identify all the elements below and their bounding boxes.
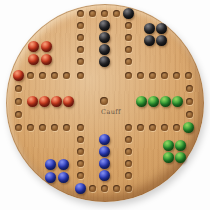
hole[interactable] — [125, 185, 132, 192]
marble-blue-home[interactable] — [99, 158, 110, 169]
hole[interactable] — [77, 46, 84, 53]
marble-blue-start[interactable] — [58, 159, 69, 170]
marble-blue-home[interactable] — [99, 134, 110, 145]
marble-black-home[interactable] — [99, 44, 110, 55]
marble-green-track[interactable] — [183, 122, 194, 133]
marble-blue-start[interactable] — [45, 172, 56, 183]
hole[interactable] — [137, 124, 144, 131]
marble-red-start[interactable] — [28, 41, 39, 52]
hole[interactable] — [39, 72, 46, 79]
marble-black-home[interactable] — [99, 20, 110, 31]
hole[interactable] — [39, 124, 46, 131]
hole[interactable] — [77, 160, 84, 167]
marble-black-start[interactable] — [156, 35, 167, 46]
marble-green-home[interactable] — [148, 96, 159, 107]
hole[interactable] — [89, 185, 96, 192]
marble-green-start[interactable] — [175, 140, 186, 151]
center-hole[interactable] — [100, 97, 108, 105]
hole[interactable] — [77, 124, 84, 131]
marble-black-track[interactable] — [123, 8, 134, 19]
marble-red-start[interactable] — [28, 54, 39, 65]
hole[interactable] — [125, 46, 132, 53]
marble-red-start[interactable] — [41, 54, 52, 65]
marble-black-home[interactable] — [99, 56, 110, 67]
hole[interactable] — [77, 34, 84, 41]
marble-green-home[interactable] — [172, 96, 183, 107]
hole[interactable] — [27, 72, 34, 79]
hole[interactable] — [125, 58, 132, 65]
marble-black-start[interactable] — [144, 23, 155, 34]
marble-black-start[interactable] — [144, 35, 155, 46]
hole[interactable] — [15, 85, 22, 92]
marble-blue-start[interactable] — [58, 172, 69, 183]
hole[interactable] — [125, 160, 132, 167]
marble-red-home[interactable] — [27, 96, 38, 107]
hole[interactable] — [186, 85, 193, 92]
hole[interactable] — [77, 10, 84, 17]
marble-green-start[interactable] — [163, 152, 174, 163]
marble-green-start[interactable] — [163, 140, 174, 151]
hole[interactable] — [186, 111, 193, 118]
hole[interactable] — [173, 124, 180, 131]
hole[interactable] — [185, 72, 192, 79]
hole[interactable] — [63, 124, 70, 131]
hole[interactable] — [101, 10, 108, 17]
marble-red-track[interactable] — [13, 70, 24, 81]
marble-blue-start[interactable] — [45, 159, 56, 170]
hole[interactable] — [15, 124, 22, 131]
hole[interactable] — [125, 22, 132, 29]
marble-black-home[interactable] — [99, 32, 110, 43]
hole[interactable] — [125, 172, 132, 179]
hole[interactable] — [15, 98, 22, 105]
hole[interactable] — [125, 136, 132, 143]
hole[interactable] — [27, 124, 34, 131]
hole[interactable] — [51, 124, 58, 131]
hole[interactable] — [77, 136, 84, 143]
hole[interactable] — [173, 72, 180, 79]
hole[interactable] — [125, 124, 132, 131]
hole[interactable] — [89, 10, 96, 17]
hole[interactable] — [149, 124, 156, 131]
marble-green-home[interactable] — [160, 96, 171, 107]
marble-green-start[interactable] — [175, 152, 186, 163]
hole[interactable] — [77, 72, 84, 79]
hole[interactable] — [63, 72, 70, 79]
marble-blue-home[interactable] — [99, 170, 110, 181]
hole[interactable] — [149, 72, 156, 79]
hole[interactable] — [161, 72, 168, 79]
hole[interactable] — [125, 72, 132, 79]
marble-green-home[interactable] — [136, 96, 147, 107]
hole[interactable] — [125, 34, 132, 41]
hole[interactable] — [186, 98, 193, 105]
marble-red-home[interactable] — [39, 96, 50, 107]
hole[interactable] — [51, 72, 58, 79]
marble-blue-home[interactable] — [99, 146, 110, 157]
hole[interactable] — [77, 148, 84, 155]
marble-blue-track[interactable] — [75, 183, 86, 194]
hole[interactable] — [77, 172, 84, 179]
hole[interactable] — [77, 58, 84, 65]
marble-black-start[interactable] — [156, 23, 167, 34]
hole[interactable] — [125, 148, 132, 155]
marble-red-start[interactable] — [41, 41, 52, 52]
marble-red-home[interactable] — [51, 96, 62, 107]
hole[interactable] — [101, 185, 108, 192]
hole[interactable] — [137, 72, 144, 79]
hole[interactable] — [161, 124, 168, 131]
hole[interactable] — [77, 22, 84, 29]
hole[interactable] — [15, 111, 22, 118]
hole[interactable] — [113, 10, 120, 17]
board-photo: Cauff — [0, 0, 210, 210]
brand-text: Cauff — [81, 108, 141, 116]
hole[interactable] — [113, 185, 120, 192]
marble-red-home[interactable] — [63, 96, 74, 107]
